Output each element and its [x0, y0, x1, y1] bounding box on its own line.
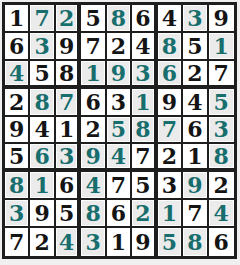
cell-r5c5[interactable]: 5: [107, 117, 132, 145]
cell-r1c9[interactable]: 9: [209, 5, 234, 33]
cell-r5c2[interactable]: 4: [30, 117, 55, 145]
cell-r5c3[interactable]: 1: [56, 117, 81, 145]
cell-r1c8[interactable]: 3: [183, 5, 208, 33]
sudoku-board: 1725864396397248514581936272876319459412…: [2, 2, 237, 259]
cell-r7c3[interactable]: 6: [56, 172, 81, 200]
cell-r9c5[interactable]: 1: [107, 228, 132, 256]
cell-r3c5[interactable]: 9: [107, 61, 132, 89]
cell-r3c1[interactable]: 4: [5, 61, 30, 89]
cell-r4c2[interactable]: 8: [30, 89, 55, 117]
cell-r8c2[interactable]: 9: [30, 200, 55, 228]
cell-r7c2[interactable]: 1: [30, 172, 55, 200]
cell-r5c4[interactable]: 2: [81, 117, 106, 145]
cell-r4c7[interactable]: 9: [158, 89, 183, 117]
cell-r2c4[interactable]: 7: [81, 33, 106, 61]
cell-r5c6[interactable]: 8: [132, 117, 157, 145]
cell-r8c5[interactable]: 6: [107, 200, 132, 228]
cell-r8c7[interactable]: 1: [158, 200, 183, 228]
cell-r3c7[interactable]: 6: [158, 61, 183, 89]
cell-r5c7[interactable]: 7: [158, 117, 183, 145]
cell-r7c8[interactable]: 9: [183, 172, 208, 200]
cell-r4c5[interactable]: 3: [107, 89, 132, 117]
cell-r6c8[interactable]: 1: [183, 144, 208, 172]
cell-r7c7[interactable]: 3: [158, 172, 183, 200]
cell-r6c6[interactable]: 7: [132, 144, 157, 172]
cell-r7c5[interactable]: 7: [107, 172, 132, 200]
cell-r6c4[interactable]: 9: [81, 144, 106, 172]
cell-r6c1[interactable]: 5: [5, 144, 30, 172]
cell-r7c6[interactable]: 5: [132, 172, 157, 200]
cell-r9c7[interactable]: 5: [158, 228, 183, 256]
cell-r6c7[interactable]: 2: [158, 144, 183, 172]
cell-r8c3[interactable]: 5: [56, 200, 81, 228]
cell-r3c2[interactable]: 5: [30, 61, 55, 89]
cell-r2c7[interactable]: 8: [158, 33, 183, 61]
cell-r6c3[interactable]: 3: [56, 144, 81, 172]
cell-r5c9[interactable]: 3: [209, 117, 234, 145]
cell-r4c4[interactable]: 6: [81, 89, 106, 117]
cell-r1c5[interactable]: 8: [107, 5, 132, 33]
cell-r4c8[interactable]: 4: [183, 89, 208, 117]
cell-r3c6[interactable]: 3: [132, 61, 157, 89]
cell-r9c4[interactable]: 3: [81, 228, 106, 256]
cell-r4c6[interactable]: 1: [132, 89, 157, 117]
cell-r2c2[interactable]: 3: [30, 33, 55, 61]
cell-r7c1[interactable]: 8: [5, 172, 30, 200]
cell-r4c9[interactable]: 5: [209, 89, 234, 117]
cell-r6c9[interactable]: 8: [209, 144, 234, 172]
cell-r4c3[interactable]: 7: [56, 89, 81, 117]
cell-r9c6[interactable]: 9: [132, 228, 157, 256]
cell-r7c9[interactable]: 2: [209, 172, 234, 200]
cell-r1c2[interactable]: 7: [30, 5, 55, 33]
cell-r2c5[interactable]: 2: [107, 33, 132, 61]
cell-r9c2[interactable]: 2: [30, 228, 55, 256]
cell-r9c9[interactable]: 6: [209, 228, 234, 256]
cell-r9c8[interactable]: 8: [183, 228, 208, 256]
cell-r8c1[interactable]: 3: [5, 200, 30, 228]
cell-r3c3[interactable]: 8: [56, 61, 81, 89]
cell-r3c9[interactable]: 7: [209, 61, 234, 89]
cell-r8c8[interactable]: 7: [183, 200, 208, 228]
cell-r3c8[interactable]: 2: [183, 61, 208, 89]
cell-r8c6[interactable]: 2: [132, 200, 157, 228]
cell-r3c4[interactable]: 1: [81, 61, 106, 89]
cell-r5c8[interactable]: 6: [183, 117, 208, 145]
cell-r6c2[interactable]: 6: [30, 144, 55, 172]
cell-r2c9[interactable]: 1: [209, 33, 234, 61]
cell-r1c3[interactable]: 2: [56, 5, 81, 33]
cell-r5c1[interactable]: 9: [5, 117, 30, 145]
cell-r9c1[interactable]: 7: [5, 228, 30, 256]
cell-r2c1[interactable]: 6: [5, 33, 30, 61]
cell-r1c6[interactable]: 6: [132, 5, 157, 33]
cell-r7c4[interactable]: 4: [81, 172, 106, 200]
cell-r8c4[interactable]: 8: [81, 200, 106, 228]
cell-r1c1[interactable]: 1: [5, 5, 30, 33]
cell-r1c7[interactable]: 4: [158, 5, 183, 33]
cell-r8c9[interactable]: 4: [209, 200, 234, 228]
cell-r4c1[interactable]: 2: [5, 89, 30, 117]
cell-r2c8[interactable]: 5: [183, 33, 208, 61]
cell-r2c3[interactable]: 9: [56, 33, 81, 61]
cell-r2c6[interactable]: 4: [132, 33, 157, 61]
cell-r1c4[interactable]: 5: [81, 5, 106, 33]
cell-r6c5[interactable]: 4: [107, 144, 132, 172]
cell-r9c3[interactable]: 4: [56, 228, 81, 256]
